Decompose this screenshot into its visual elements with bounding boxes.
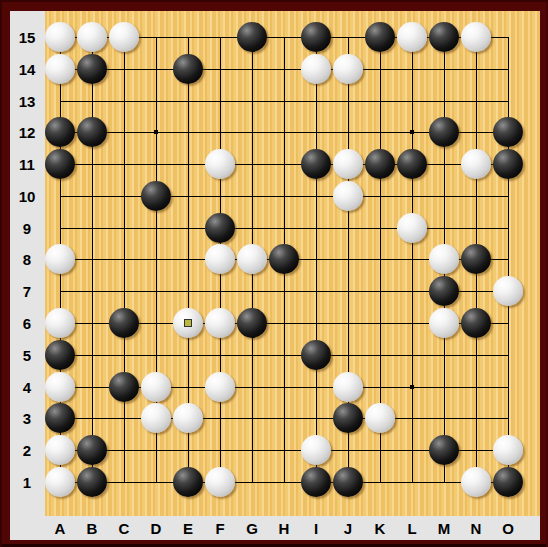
board-point-k8[interactable] [364, 244, 396, 276]
board-point-i14[interactable] [300, 53, 332, 85]
board-point-d7[interactable] [140, 275, 172, 307]
board-point-o4[interactable] [492, 371, 524, 403]
board-point-k1[interactable] [364, 466, 396, 498]
board-point-d13[interactable] [140, 85, 172, 117]
black-stone-m2 [429, 435, 459, 465]
board-point-f4[interactable] [204, 371, 236, 403]
column-label-a: A [55, 521, 66, 536]
board-point-d9[interactable] [140, 212, 172, 244]
board-point-i4[interactable] [300, 371, 332, 403]
white-stone-o7 [493, 276, 523, 306]
board-point-l6[interactable] [396, 307, 428, 339]
board-point-e14[interactable] [172, 53, 204, 85]
row-label-3: 3 [23, 411, 31, 426]
board-point-n11[interactable] [460, 148, 492, 180]
board-point-j11[interactable] [332, 148, 364, 180]
black-stone-n6 [461, 308, 491, 338]
black-stone-m7 [429, 276, 459, 306]
column-label-o: O [502, 521, 514, 536]
board-point-n7[interactable] [460, 275, 492, 307]
white-stone-f11 [205, 149, 235, 179]
board-point-i12[interactable] [300, 116, 332, 148]
board-point-n10[interactable] [460, 180, 492, 212]
white-stone-o2 [493, 435, 523, 465]
board-point-b4[interactable] [76, 371, 108, 403]
black-stone-i1 [301, 467, 331, 497]
black-stone-c6 [109, 308, 139, 338]
board-point-g3[interactable] [236, 402, 268, 434]
board-point-i9[interactable] [300, 212, 332, 244]
board-point-i2[interactable] [300, 434, 332, 466]
board-point-l7[interactable] [396, 275, 428, 307]
board-point-n3[interactable] [460, 402, 492, 434]
board-point-i8[interactable] [300, 244, 332, 276]
board-point-e13[interactable] [172, 85, 204, 117]
board-point-g13[interactable] [236, 85, 268, 117]
board-point-a13[interactable] [44, 85, 76, 117]
white-stone-n11 [461, 149, 491, 179]
board-point-a1[interactable] [44, 466, 76, 498]
board-point-m5[interactable] [428, 339, 460, 371]
board-point-k7[interactable] [364, 275, 396, 307]
board-point-k12[interactable] [364, 116, 396, 148]
board-point-h12[interactable] [268, 116, 300, 148]
board-point-f7[interactable] [204, 275, 236, 307]
white-stone-j11 [333, 149, 363, 179]
board-point-n13[interactable] [460, 85, 492, 117]
white-stone-f1 [205, 467, 235, 497]
board-point-l5[interactable] [396, 339, 428, 371]
board-point-d6[interactable] [140, 307, 172, 339]
board-point-n2[interactable] [460, 434, 492, 466]
board-point-l14[interactable] [396, 53, 428, 85]
board-point-c15[interactable] [108, 21, 140, 53]
white-stone-a1 [45, 467, 75, 497]
board-point-n8[interactable] [460, 244, 492, 276]
black-stone-a3 [45, 403, 75, 433]
board-point-i13[interactable] [300, 85, 332, 117]
go-board [45, 11, 540, 516]
board-point-g1[interactable] [236, 466, 268, 498]
board-point-o14[interactable] [492, 53, 524, 85]
white-stone-a2 [45, 435, 75, 465]
board-point-f2[interactable] [204, 434, 236, 466]
board-point-e8[interactable] [172, 244, 204, 276]
board-point-j6[interactable] [332, 307, 364, 339]
board-point-n14[interactable] [460, 53, 492, 85]
board-point-n5[interactable] [460, 339, 492, 371]
board-point-e15[interactable] [172, 21, 204, 53]
board-point-j12[interactable] [332, 116, 364, 148]
board-point-h7[interactable] [268, 275, 300, 307]
board-point-m9[interactable] [428, 212, 460, 244]
board-point-o5[interactable] [492, 339, 524, 371]
board-point-e1[interactable] [172, 466, 204, 498]
white-stone-a14 [45, 54, 75, 84]
board-point-k6[interactable] [364, 307, 396, 339]
board-point-j1[interactable] [332, 466, 364, 498]
board-point-b11[interactable] [76, 148, 108, 180]
black-stone-i5 [301, 340, 331, 370]
row-label-6: 6 [23, 316, 31, 331]
board-point-j10[interactable] [332, 180, 364, 212]
board-point-b5[interactable] [76, 339, 108, 371]
board-point-l4[interactable] [396, 371, 428, 403]
board-point-d12[interactable] [140, 116, 172, 148]
board-point-e9[interactable] [172, 212, 204, 244]
board-point-k4[interactable] [364, 371, 396, 403]
white-stone-j10 [333, 181, 363, 211]
board-point-a5[interactable] [44, 339, 76, 371]
board-point-c3[interactable] [108, 402, 140, 434]
black-stone-e14 [173, 54, 203, 84]
board-point-l12[interactable] [396, 116, 428, 148]
board-point-h6[interactable] [268, 307, 300, 339]
board-point-m14[interactable] [428, 53, 460, 85]
column-label-m: M [438, 521, 451, 536]
board-point-k15[interactable] [364, 21, 396, 53]
board-point-o10[interactable] [492, 180, 524, 212]
board-point-c13[interactable] [108, 85, 140, 117]
board-point-l8[interactable] [396, 244, 428, 276]
board-point-d14[interactable] [140, 53, 172, 85]
board-point-f12[interactable] [204, 116, 236, 148]
board-point-d11[interactable] [140, 148, 172, 180]
board-point-h9[interactable] [268, 212, 300, 244]
board-point-o12[interactable] [492, 116, 524, 148]
board-point-j14[interactable] [332, 53, 364, 85]
board-point-h13[interactable] [268, 85, 300, 117]
board-point-h15[interactable] [268, 21, 300, 53]
board-point-o8[interactable] [492, 244, 524, 276]
board-point-m15[interactable] [428, 21, 460, 53]
board-point-i3[interactable] [300, 402, 332, 434]
board-point-a4[interactable] [44, 371, 76, 403]
board-point-l13[interactable] [396, 85, 428, 117]
board-point-g9[interactable] [236, 212, 268, 244]
board-point-a12[interactable] [44, 116, 76, 148]
board-point-g11[interactable] [236, 148, 268, 180]
board-point-l10[interactable] [396, 180, 428, 212]
column-label-j: J [344, 521, 352, 536]
black-stone-n8 [461, 244, 491, 274]
board-point-j15[interactable] [332, 21, 364, 53]
column-label-e: E [183, 521, 193, 536]
board-point-h1[interactable] [268, 466, 300, 498]
white-stone-e3 [173, 403, 203, 433]
column-label-d: D [151, 521, 162, 536]
board-point-l1[interactable] [396, 466, 428, 498]
board-point-c7[interactable] [108, 275, 140, 307]
board-point-k2[interactable] [364, 434, 396, 466]
black-stone-a11 [45, 149, 75, 179]
white-stone-i14 [301, 54, 331, 84]
board-point-h14[interactable] [268, 53, 300, 85]
board-point-m7[interactable] [428, 275, 460, 307]
board-point-e6[interactable] [172, 307, 204, 339]
board-point-b3[interactable] [76, 402, 108, 434]
board-point-a3[interactable] [44, 402, 76, 434]
board-point-h2[interactable] [268, 434, 300, 466]
board-point-h4[interactable] [268, 371, 300, 403]
board-point-i15[interactable] [300, 21, 332, 53]
board-point-m10[interactable] [428, 180, 460, 212]
board-point-f5[interactable] [204, 339, 236, 371]
board-point-n4[interactable] [460, 371, 492, 403]
board-point-b2[interactable] [76, 434, 108, 466]
board-point-g6[interactable] [236, 307, 268, 339]
board-point-m11[interactable] [428, 148, 460, 180]
board-point-d5[interactable] [140, 339, 172, 371]
board-point-c10[interactable] [108, 180, 140, 212]
board-point-o11[interactable] [492, 148, 524, 180]
column-label-i: I [314, 521, 318, 536]
board-point-o7[interactable] [492, 275, 524, 307]
board-point-c1[interactable] [108, 466, 140, 498]
board-point-a7[interactable] [44, 275, 76, 307]
board-point-c12[interactable] [108, 116, 140, 148]
board-point-f8[interactable] [204, 244, 236, 276]
go-board-window: 151413121110987654321 ABCDEFGHIJKLMNO [0, 0, 548, 547]
board-point-b9[interactable] [76, 212, 108, 244]
row-label-10: 10 [19, 188, 36, 203]
board-point-f10[interactable] [204, 180, 236, 212]
board-point-g4[interactable] [236, 371, 268, 403]
board-point-j3[interactable] [332, 402, 364, 434]
white-stone-m8 [429, 244, 459, 274]
board-point-l3[interactable] [396, 402, 428, 434]
board-point-o1[interactable] [492, 466, 524, 498]
board-point-b7[interactable] [76, 275, 108, 307]
board-point-k3[interactable] [364, 402, 396, 434]
board-point-c6[interactable] [108, 307, 140, 339]
black-stone-j3 [333, 403, 363, 433]
black-stone-a5 [45, 340, 75, 370]
white-stone-j14 [333, 54, 363, 84]
black-stone-m15 [429, 22, 459, 52]
board-point-g10[interactable] [236, 180, 268, 212]
black-stone-m12 [429, 117, 459, 147]
board-point-a9[interactable] [44, 212, 76, 244]
white-stone-f6 [205, 308, 235, 338]
black-stone-g15 [237, 22, 267, 52]
column-label-l: L [407, 521, 416, 536]
board-point-k11[interactable] [364, 148, 396, 180]
board-point-f9[interactable] [204, 212, 236, 244]
board-point-g7[interactable] [236, 275, 268, 307]
row-label-9: 9 [23, 220, 31, 235]
board-point-m8[interactable] [428, 244, 460, 276]
black-stone-c4 [109, 372, 139, 402]
board-point-d1[interactable] [140, 466, 172, 498]
board-point-m4[interactable] [428, 371, 460, 403]
white-stone-l9 [397, 213, 427, 243]
board-point-c9[interactable] [108, 212, 140, 244]
board-point-f3[interactable] [204, 402, 236, 434]
board-point-g12[interactable] [236, 116, 268, 148]
board-point-f1[interactable] [204, 466, 236, 498]
board-point-n15[interactable] [460, 21, 492, 53]
board-point-n6[interactable] [460, 307, 492, 339]
black-stone-o11 [493, 149, 523, 179]
board-point-e3[interactable] [172, 402, 204, 434]
board-point-k9[interactable] [364, 212, 396, 244]
row-label-5: 5 [23, 347, 31, 362]
board-point-j5[interactable] [332, 339, 364, 371]
board-point-c8[interactable] [108, 244, 140, 276]
board-point-k5[interactable] [364, 339, 396, 371]
board-point-j8[interactable] [332, 244, 364, 276]
black-stone-e1 [173, 467, 203, 497]
board-point-b1[interactable] [76, 466, 108, 498]
board-point-j4[interactable] [332, 371, 364, 403]
board-point-b12[interactable] [76, 116, 108, 148]
board-point-a15[interactable] [44, 21, 76, 53]
board-point-a14[interactable] [44, 53, 76, 85]
board-point-c11[interactable] [108, 148, 140, 180]
board-point-g15[interactable] [236, 21, 268, 53]
board-point-f6[interactable] [204, 307, 236, 339]
board-point-c5[interactable] [108, 339, 140, 371]
white-stone-a8 [45, 244, 75, 274]
board-point-a11[interactable] [44, 148, 76, 180]
column-label-g: G [246, 521, 258, 536]
board-point-e4[interactable] [172, 371, 204, 403]
board-point-f15[interactable] [204, 21, 236, 53]
white-stone-i2 [301, 435, 331, 465]
board-point-g2[interactable] [236, 434, 268, 466]
board-point-e2[interactable] [172, 434, 204, 466]
board-point-b6[interactable] [76, 307, 108, 339]
board-point-i11[interactable] [300, 148, 332, 180]
white-stone-a6 [45, 308, 75, 338]
board-point-c2[interactable] [108, 434, 140, 466]
board-point-o13[interactable] [492, 85, 524, 117]
board-point-l9[interactable] [396, 212, 428, 244]
board-point-j13[interactable] [332, 85, 364, 117]
board-point-d4[interactable] [140, 371, 172, 403]
board-point-e11[interactable] [172, 148, 204, 180]
board-point-e12[interactable] [172, 116, 204, 148]
board-point-b14[interactable] [76, 53, 108, 85]
row-label-7: 7 [23, 284, 31, 299]
board-point-b15[interactable] [76, 21, 108, 53]
board-point-l15[interactable] [396, 21, 428, 53]
white-stone-d4 [141, 372, 171, 402]
board-point-e5[interactable] [172, 339, 204, 371]
board-point-e10[interactable] [172, 180, 204, 212]
board-point-f13[interactable] [204, 85, 236, 117]
board-point-k14[interactable] [364, 53, 396, 85]
board-point-i7[interactable] [300, 275, 332, 307]
board-point-d15[interactable] [140, 21, 172, 53]
board-point-g5[interactable] [236, 339, 268, 371]
board-point-n12[interactable] [460, 116, 492, 148]
board-point-n9[interactable] [460, 212, 492, 244]
board-point-i10[interactable] [300, 180, 332, 212]
board-point-l11[interactable] [396, 148, 428, 180]
board-point-o9[interactable] [492, 212, 524, 244]
board-point-g8[interactable] [236, 244, 268, 276]
board-point-k13[interactable] [364, 85, 396, 117]
board-point-j7[interactable] [332, 275, 364, 307]
board-point-m12[interactable] [428, 116, 460, 148]
board-point-h8[interactable] [268, 244, 300, 276]
white-stone-e6 [173, 308, 203, 338]
board-point-m1[interactable] [428, 466, 460, 498]
black-stone-j1 [333, 467, 363, 497]
board-point-b8[interactable] [76, 244, 108, 276]
black-stone-b2 [77, 435, 107, 465]
row-label-13: 13 [19, 93, 36, 108]
board-point-j9[interactable] [332, 212, 364, 244]
column-coordinate-strip: ABCDEFGHIJKLMNO [10, 516, 540, 540]
board-point-a2[interactable] [44, 434, 76, 466]
board-point-e7[interactable] [172, 275, 204, 307]
board-point-g14[interactable] [236, 53, 268, 85]
board-point-j2[interactable] [332, 434, 364, 466]
board-point-b10[interactable] [76, 180, 108, 212]
board-point-h5[interactable] [268, 339, 300, 371]
board-point-h10[interactable] [268, 180, 300, 212]
board-point-d2[interactable] [140, 434, 172, 466]
column-label-f: F [215, 521, 224, 536]
white-stone-k3 [365, 403, 395, 433]
column-label-c: C [119, 521, 130, 536]
board-point-c4[interactable] [108, 371, 140, 403]
column-label-n: N [471, 521, 482, 536]
black-stone-b12 [77, 117, 107, 147]
board-point-m3[interactable] [428, 402, 460, 434]
black-stone-o1 [493, 467, 523, 497]
board-point-l2[interactable] [396, 434, 428, 466]
board-point-f11[interactable] [204, 148, 236, 180]
black-stone-i15 [301, 22, 331, 52]
board-point-d3[interactable] [140, 402, 172, 434]
row-label-2: 2 [23, 443, 31, 458]
board-point-o3[interactable] [492, 402, 524, 434]
board-point-i1[interactable] [300, 466, 332, 498]
white-stone-g8 [237, 244, 267, 274]
board-point-f14[interactable] [204, 53, 236, 85]
board-point-d10[interactable] [140, 180, 172, 212]
row-label-14: 14 [19, 61, 36, 76]
board-point-i6[interactable] [300, 307, 332, 339]
board-point-h3[interactable] [268, 402, 300, 434]
board-point-b13[interactable] [76, 85, 108, 117]
board-point-d8[interactable] [140, 244, 172, 276]
row-label-4: 4 [23, 379, 31, 394]
board-point-k10[interactable] [364, 180, 396, 212]
board-point-o2[interactable] [492, 434, 524, 466]
board-point-m13[interactable] [428, 85, 460, 117]
board-point-i5[interactable] [300, 339, 332, 371]
board-point-a6[interactable] [44, 307, 76, 339]
row-coordinate-strip: 151413121110987654321 [10, 11, 45, 540]
board-point-c14[interactable] [108, 53, 140, 85]
board-point-m2[interactable] [428, 434, 460, 466]
board-points-grid [44, 21, 524, 498]
column-label-b: B [87, 521, 98, 536]
board-point-o15[interactable] [492, 21, 524, 53]
board-point-h11[interactable] [268, 148, 300, 180]
white-stone-a15 [45, 22, 75, 52]
board-point-a10[interactable] [44, 180, 76, 212]
board-point-m6[interactable] [428, 307, 460, 339]
board-point-o6[interactable] [492, 307, 524, 339]
board-point-a8[interactable] [44, 244, 76, 276]
board-point-n1[interactable] [460, 466, 492, 498]
